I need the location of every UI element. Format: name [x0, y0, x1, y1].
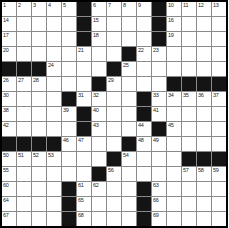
clue-number-4: 4: [48, 2, 51, 8]
clue-number-41: 41: [153, 107, 159, 113]
cell-r12c3[interactable]: [32, 167, 46, 181]
cell-r10c12[interactable]: [167, 137, 181, 151]
clue-number-44: 44: [138, 122, 144, 128]
cell-r6c9[interactable]: [122, 77, 136, 91]
clue-number-56: 56: [108, 167, 114, 173]
cell-r5c9[interactable]: 25: [122, 62, 136, 76]
cell-r6c10[interactable]: [137, 77, 151, 91]
cell-r2c14[interactable]: [197, 17, 211, 31]
clue-number-39: 39: [63, 107, 69, 113]
black-cell-r11c14: [197, 152, 211, 166]
clue-number-37: 37: [213, 92, 219, 98]
cell-r11c11[interactable]: [152, 152, 166, 166]
cell-r13c6[interactable]: 61: [77, 182, 91, 196]
cell-r7c15[interactable]: 37: [212, 92, 226, 106]
black-cell-r9c6: [77, 122, 91, 136]
cell-r11c10[interactable]: [137, 152, 151, 166]
cell-r1c4[interactable]: 4: [47, 2, 61, 16]
clue-number-50: 50: [3, 152, 9, 158]
clue-number-65: 65: [78, 197, 84, 203]
cell-r4c11[interactable]: 23: [152, 47, 166, 61]
cell-r11c5[interactable]: [62, 152, 76, 166]
cell-r6c6[interactable]: [77, 77, 91, 91]
cell-r4c6[interactable]: 21: [77, 47, 91, 61]
cell-r12c1[interactable]: 55: [2, 167, 16, 181]
clue-number-28: 28: [33, 77, 39, 83]
clue-number-17: 17: [3, 32, 9, 38]
cell-r4c14[interactable]: [197, 47, 211, 61]
cell-r2c8[interactable]: [107, 17, 121, 31]
cell-r9c9[interactable]: [122, 122, 136, 136]
clue-number-46: 46: [63, 137, 69, 143]
cell-r11c7[interactable]: [92, 152, 106, 166]
cell-r9c2[interactable]: [17, 122, 31, 136]
clue-number-13: 13: [213, 2, 219, 8]
cell-r2c5[interactable]: [62, 17, 76, 31]
cell-r2c10[interactable]: [137, 17, 151, 31]
clue-number-34: 34: [168, 92, 174, 98]
clue-number-49: 49: [153, 137, 159, 143]
clue-number-22: 22: [138, 47, 144, 53]
black-cell-r14c10: [137, 197, 151, 211]
cell-r3c12[interactable]: 19: [167, 32, 181, 46]
cell-r7c12[interactable]: 34: [167, 92, 181, 106]
cell-r9c8[interactable]: [107, 122, 121, 136]
cell-r3c2[interactable]: [17, 32, 31, 46]
black-cell-r8c6: [77, 107, 91, 121]
cell-r5c11[interactable]: [152, 62, 166, 76]
cell-r11c6[interactable]: [77, 152, 91, 166]
cell-r5c14[interactable]: [197, 62, 211, 76]
cell-r6c4[interactable]: [47, 77, 61, 91]
cell-r7c1[interactable]: 30: [2, 92, 16, 106]
cell-r3c15[interactable]: [212, 32, 226, 46]
clue-number-23: 23: [153, 47, 159, 53]
cell-r14c12[interactable]: [167, 197, 181, 211]
clue-number-38: 38: [3, 107, 9, 113]
cell-r3c13[interactable]: [182, 32, 196, 46]
cell-r14c11[interactable]: 66: [152, 197, 166, 211]
cell-r10c15[interactable]: [212, 137, 226, 151]
cell-r14c14[interactable]: [197, 197, 211, 211]
cell-r5c5[interactable]: [62, 62, 76, 76]
clue-number-21: 21: [78, 47, 84, 53]
black-cell-r5c2: [17, 62, 31, 76]
clue-number-29: 29: [108, 77, 114, 83]
cell-r12c13[interactable]: 57: [182, 167, 196, 181]
cell-r14c15[interactable]: [212, 197, 226, 211]
cell-r7c6[interactable]: 31: [77, 92, 91, 106]
cell-r1c7[interactable]: 6: [92, 2, 106, 16]
clue-number-7: 7: [108, 2, 111, 8]
clue-number-14: 14: [3, 17, 9, 23]
cell-r8c14[interactable]: [197, 107, 211, 121]
cell-r14c1[interactable]: 64: [2, 197, 16, 211]
cell-r7c4[interactable]: [47, 92, 61, 106]
clue-number-66: 66: [153, 197, 159, 203]
cell-r5c10[interactable]: [137, 62, 151, 76]
cell-r1c12[interactable]: 10: [167, 2, 181, 16]
cell-r13c1[interactable]: 60: [2, 182, 16, 196]
black-cell-r7c10: [137, 92, 151, 106]
clue-number-24: 24: [48, 62, 54, 68]
cell-r2c13[interactable]: [182, 17, 196, 31]
black-cell-r6c14: [197, 77, 211, 91]
cell-r4c10[interactable]: 22: [137, 47, 151, 61]
black-cell-r7c5: [62, 92, 76, 106]
cell-r2c15[interactable]: [212, 17, 226, 31]
black-cell-r12c7: [92, 167, 106, 181]
cell-r1c15[interactable]: 13: [212, 2, 226, 16]
cell-r11c12[interactable]: [167, 152, 181, 166]
cell-r8c12[interactable]: [167, 107, 181, 121]
cell-r7c7[interactable]: 32: [92, 92, 106, 106]
black-cell-r6c13: [182, 77, 196, 91]
cell-r9c4[interactable]: [47, 122, 61, 136]
cell-r8c5[interactable]: 39: [62, 107, 76, 121]
black-cell-r2c11: [152, 17, 166, 31]
cell-r8c4[interactable]: [47, 107, 61, 121]
cell-r4c2[interactable]: [17, 47, 31, 61]
clue-number-57: 57: [183, 167, 189, 173]
clue-number-40: 40: [93, 107, 99, 113]
black-cell-r6c15: [212, 77, 226, 91]
clue-number-9: 9: [138, 2, 141, 8]
cell-r12c8[interactable]: 56: [107, 167, 121, 181]
cell-r4c8[interactable]: [107, 47, 121, 61]
cell-r5c7[interactable]: [92, 62, 106, 76]
cell-r1c13[interactable]: 11: [182, 2, 196, 16]
cell-r14c13[interactable]: [182, 197, 196, 211]
black-cell-r6c7: [92, 77, 106, 91]
cell-r6c3[interactable]: 28: [32, 77, 46, 91]
cell-r1c1[interactable]: 1: [2, 2, 16, 16]
cell-r6c11[interactable]: [152, 77, 166, 91]
cell-r8c13[interactable]: [182, 107, 196, 121]
cell-r9c15[interactable]: [212, 122, 226, 136]
cell-r1c14[interactable]: 12: [197, 2, 211, 16]
cell-r12c15[interactable]: 59: [212, 167, 226, 181]
cell-r13c7[interactable]: 62: [92, 182, 106, 196]
cell-r9c13[interactable]: [182, 122, 196, 136]
clue-number-60: 60: [3, 182, 9, 188]
cell-r7c8[interactable]: [107, 92, 121, 106]
cell-r1c9[interactable]: 8: [122, 2, 136, 16]
cell-r3c3[interactable]: [32, 32, 46, 46]
black-cell-r10c9: [122, 137, 136, 151]
cell-r14c3[interactable]: [32, 197, 46, 211]
cell-r10c8[interactable]: [107, 137, 121, 151]
cell-r5c15[interactable]: [212, 62, 226, 76]
clue-number-45: 45: [168, 122, 174, 128]
cell-r3c9[interactable]: [122, 32, 136, 46]
cell-r15c2[interactable]: [17, 212, 31, 226]
cell-r3c4[interactable]: [47, 32, 61, 46]
cell-r14c4[interactable]: [47, 197, 61, 211]
clue-number-61: 61: [78, 182, 84, 188]
cell-r13c15[interactable]: [212, 182, 226, 196]
black-cell-r5c8: [107, 62, 121, 76]
cell-r10c10[interactable]: 48: [137, 137, 151, 151]
cell-r3c5[interactable]: [62, 32, 76, 46]
cell-r13c11[interactable]: 63: [152, 182, 166, 196]
clue-number-3: 3: [33, 2, 36, 8]
black-cell-r11c15: [212, 152, 226, 166]
cell-r14c8[interactable]: [107, 197, 121, 211]
cell-r12c11[interactable]: [152, 167, 166, 181]
cell-r4c5[interactable]: [62, 47, 76, 61]
clue-number-51: 51: [18, 152, 24, 158]
clue-number-16: 16: [168, 17, 174, 23]
clue-number-52: 52: [33, 152, 39, 158]
cell-r12c6[interactable]: [77, 167, 91, 181]
cell-r4c12[interactable]: [167, 47, 181, 61]
clue-number-43: 43: [93, 122, 99, 128]
cell-r4c7[interactable]: [92, 47, 106, 61]
cell-r7c3[interactable]: [32, 92, 46, 106]
black-cell-r6c12: [167, 77, 181, 91]
cell-r6c8[interactable]: 29: [107, 77, 121, 91]
clue-number-54: 54: [123, 152, 129, 158]
black-cell-r5c3: [32, 62, 46, 76]
cell-r12c12[interactable]: [167, 167, 181, 181]
cell-r11c1[interactable]: 50: [2, 152, 16, 166]
cell-r15c1[interactable]: 67: [2, 212, 16, 226]
black-cell-r10c3: [32, 137, 46, 151]
black-cell-r13c5: [62, 182, 76, 196]
clue-number-15: 15: [93, 17, 99, 23]
cell-r8c2[interactable]: [17, 107, 31, 121]
clue-number-32: 32: [93, 92, 99, 98]
cell-r15c9[interactable]: [122, 212, 136, 226]
cell-r15c14[interactable]: [197, 212, 211, 226]
cell-r12c14[interactable]: 58: [197, 167, 211, 181]
cell-r8c11[interactable]: 41: [152, 107, 166, 121]
cell-r3c1[interactable]: 17: [2, 32, 16, 46]
black-cell-r13c10: [137, 182, 151, 196]
cell-r15c6[interactable]: 68: [77, 212, 91, 226]
black-cell-r1c6: [77, 2, 91, 16]
cell-r1c8[interactable]: 7: [107, 2, 121, 16]
clue-number-11: 11: [183, 2, 188, 8]
cell-r6c1[interactable]: 26: [2, 77, 16, 91]
black-cell-r8c10: [137, 107, 151, 121]
black-cell-r9c11: [152, 122, 166, 136]
cell-r4c13[interactable]: [182, 47, 196, 61]
cell-r8c9[interactable]: [122, 107, 136, 121]
cell-r3c10[interactable]: [137, 32, 151, 46]
clue-number-33: 33: [153, 92, 159, 98]
cell-r8c8[interactable]: [107, 107, 121, 121]
clue-number-47: 47: [78, 137, 84, 143]
cell-r5c4[interactable]: 24: [47, 62, 61, 76]
black-cell-r10c4: [47, 137, 61, 151]
cell-r3c14[interactable]: [197, 32, 211, 46]
cell-r13c9[interactable]: [122, 182, 136, 196]
cell-r1c10[interactable]: 9: [137, 2, 151, 16]
cell-r9c1[interactable]: 42: [2, 122, 16, 136]
cell-r10c6[interactable]: 47: [77, 137, 91, 151]
clue-number-62: 62: [93, 182, 99, 188]
cell-r14c2[interactable]: [17, 197, 31, 211]
cell-r4c4[interactable]: [47, 47, 61, 61]
cell-r2c9[interactable]: [122, 17, 136, 31]
cell-r8c15[interactable]: [212, 107, 226, 121]
cell-r9c14[interactable]: [197, 122, 211, 136]
black-cell-r11c13: [182, 152, 196, 166]
cell-r2c2[interactable]: [17, 17, 31, 31]
black-cell-r4c9: [122, 47, 136, 61]
cell-r2c3[interactable]: [32, 17, 46, 31]
cell-r5c6[interactable]: [77, 62, 91, 76]
cell-r2c7[interactable]: 15: [92, 17, 106, 31]
cell-r9c5[interactable]: [62, 122, 76, 136]
black-cell-r3c11: [152, 32, 166, 46]
cell-r9c12[interactable]: 45: [167, 122, 181, 136]
cell-r12c5[interactable]: [62, 167, 76, 181]
cell-r5c13[interactable]: [182, 62, 196, 76]
clue-number-6: 6: [93, 2, 96, 8]
cell-r11c2[interactable]: 51: [17, 152, 31, 166]
cell-r6c5[interactable]: [62, 77, 76, 91]
cell-r13c13[interactable]: [182, 182, 196, 196]
cell-r15c7[interactable]: [92, 212, 106, 226]
cell-r7c2[interactable]: [17, 92, 31, 106]
cell-r13c14[interactable]: [197, 182, 211, 196]
cell-r8c3[interactable]: [32, 107, 46, 121]
cell-r10c7[interactable]: [92, 137, 106, 151]
cell-r14c9[interactable]: [122, 197, 136, 211]
clue-number-68: 68: [78, 212, 84, 218]
cell-r15c13[interactable]: [182, 212, 196, 226]
cell-r6c2[interactable]: 27: [17, 77, 31, 91]
black-cell-r14c5: [62, 197, 76, 211]
black-cell-r10c2: [17, 137, 31, 151]
cell-r15c8[interactable]: [107, 212, 121, 226]
cell-r7c13[interactable]: 35: [182, 92, 196, 106]
cell-r3c8[interactable]: [107, 32, 121, 46]
cell-r15c3[interactable]: [32, 212, 46, 226]
clue-number-5: 5: [63, 2, 66, 8]
clue-number-59: 59: [213, 167, 219, 173]
black-cell-r3c6: [77, 32, 91, 46]
clue-number-19: 19: [168, 32, 174, 38]
cell-r15c12[interactable]: [167, 212, 181, 226]
cell-r13c8[interactable]: [107, 182, 121, 196]
clue-number-26: 26: [3, 77, 9, 83]
black-cell-r11c8: [107, 152, 121, 166]
black-cell-r2c6: [77, 17, 91, 31]
clue-number-2: 2: [18, 2, 21, 8]
cell-r9c3[interactable]: [32, 122, 46, 136]
cell-r4c1[interactable]: 20: [2, 47, 16, 61]
cell-r14c6[interactable]: 65: [77, 197, 91, 211]
clue-number-1: 1: [3, 2, 6, 8]
black-cell-r15c10: [137, 212, 151, 226]
clue-number-58: 58: [198, 167, 204, 173]
cell-r2c12[interactable]: 16: [167, 17, 181, 31]
black-cell-r15c5: [62, 212, 76, 226]
clue-number-42: 42: [3, 122, 9, 128]
cell-r13c2[interactable]: [17, 182, 31, 196]
cell-r12c4[interactable]: [47, 167, 61, 181]
clue-number-25: 25: [123, 62, 129, 68]
clue-number-36: 36: [198, 92, 204, 98]
clue-number-48: 48: [138, 137, 144, 143]
cell-r1c5[interactable]: 5: [62, 2, 76, 16]
black-cell-r1c11: [152, 2, 166, 16]
clue-number-31: 31: [78, 92, 84, 98]
cell-r10c13[interactable]: [182, 137, 196, 151]
cell-r14c7[interactable]: [92, 197, 106, 211]
cell-r15c11[interactable]: 69: [152, 212, 166, 226]
cell-r1c3[interactable]: 3: [32, 2, 46, 16]
clue-number-10: 10: [168, 2, 174, 8]
black-cell-r10c1: [2, 137, 16, 151]
cell-r10c14[interactable]: [197, 137, 211, 151]
cell-r4c3[interactable]: [32, 47, 46, 61]
cell-r13c12[interactable]: [167, 182, 181, 196]
cell-r7c14[interactable]: 36: [197, 92, 211, 106]
cell-r12c9[interactable]: [122, 167, 136, 181]
cell-r1c2[interactable]: 2: [17, 2, 31, 16]
cell-r9c10[interactable]: 44: [137, 122, 151, 136]
clue-number-12: 12: [198, 2, 204, 8]
cell-r7c11[interactable]: 33: [152, 92, 166, 106]
clue-number-30: 30: [3, 92, 9, 98]
cell-r12c10[interactable]: [137, 167, 151, 181]
cell-r5c12[interactable]: [167, 62, 181, 76]
clue-number-67: 67: [3, 212, 9, 218]
cell-r13c3[interactable]: [32, 182, 46, 196]
clue-number-64: 64: [3, 197, 9, 203]
cell-r13c4[interactable]: [47, 182, 61, 196]
clue-number-63: 63: [153, 182, 159, 188]
clue-number-53: 53: [48, 152, 54, 158]
cell-r12c2[interactable]: [17, 167, 31, 181]
clue-number-27: 27: [18, 77, 24, 83]
clue-number-8: 8: [123, 2, 126, 8]
clue-number-18: 18: [93, 32, 99, 38]
crossword-grid: 1234567891011121314151617181920212223242…: [0, 0, 228, 228]
cell-r15c15[interactable]: [212, 212, 226, 226]
clue-number-55: 55: [3, 167, 9, 173]
cell-r10c11[interactable]: 49: [152, 137, 166, 151]
cell-r8c1[interactable]: 38: [2, 107, 16, 121]
cell-r15c4[interactable]: [47, 212, 61, 226]
clue-number-20: 20: [3, 47, 9, 53]
clue-number-35: 35: [183, 92, 189, 98]
cell-r3c7[interactable]: 18: [92, 32, 106, 46]
cell-r2c1[interactable]: 14: [2, 17, 16, 31]
cell-r8c7[interactable]: 40: [92, 107, 106, 121]
cell-r11c9[interactable]: 54: [122, 152, 136, 166]
cell-r4c15[interactable]: [212, 47, 226, 61]
cell-r10c5[interactable]: 46: [62, 137, 76, 151]
cell-r11c3[interactable]: 52: [32, 152, 46, 166]
cell-r7c9[interactable]: [122, 92, 136, 106]
cell-r11c4[interactable]: 53: [47, 152, 61, 166]
cell-r2c4[interactable]: [47, 17, 61, 31]
clue-number-69: 69: [153, 212, 159, 218]
black-cell-r5c1: [2, 62, 16, 76]
cell-r9c7[interactable]: 43: [92, 122, 106, 136]
